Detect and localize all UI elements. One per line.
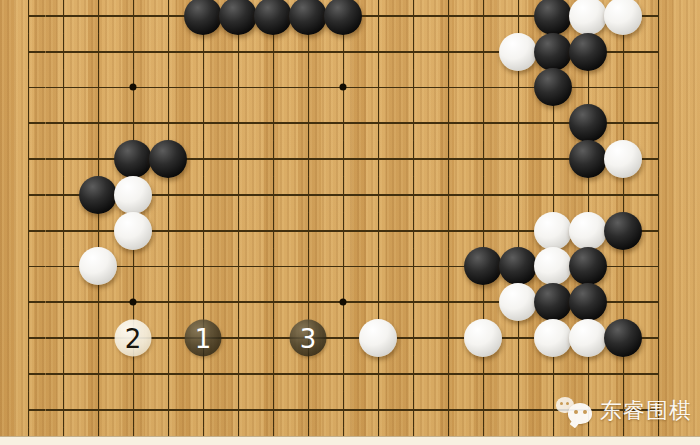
- intersection[interactable]: [571, 0, 606, 34]
- intersection[interactable]: [396, 320, 431, 356]
- intersection[interactable]: [186, 284, 221, 320]
- intersection[interactable]: [536, 356, 571, 392]
- intersection[interactable]: [361, 0, 396, 34]
- intersection[interactable]: [571, 34, 606, 70]
- black-stone[interactable]: [219, 0, 257, 35]
- black-stone[interactable]: [499, 247, 537, 285]
- intersection[interactable]: [466, 105, 501, 141]
- watermark: 东睿围棋: [556, 394, 692, 428]
- intersection[interactable]: [641, 213, 676, 249]
- intersection[interactable]: [11, 34, 46, 70]
- intersection[interactable]: 2: [116, 320, 151, 356]
- intersection[interactable]: [326, 392, 361, 428]
- intersection[interactable]: [81, 320, 116, 356]
- intersection[interactable]: [396, 177, 431, 213]
- intersection[interactable]: [431, 0, 466, 34]
- intersection[interactable]: [641, 249, 676, 285]
- star-point: [340, 84, 347, 91]
- intersection[interactable]: [221, 70, 256, 106]
- intersection[interactable]: [396, 141, 431, 177]
- intersection[interactable]: [116, 249, 151, 285]
- intersection[interactable]: [466, 249, 501, 285]
- intersection[interactable]: [116, 356, 151, 392]
- wechat-eye: [560, 402, 563, 405]
- intersection[interactable]: [256, 249, 291, 285]
- intersection[interactable]: [11, 141, 46, 177]
- intersection[interactable]: [256, 392, 291, 428]
- intersection[interactable]: [361, 70, 396, 106]
- intersection[interactable]: [431, 392, 466, 428]
- bottom-bar: [0, 436, 700, 445]
- black-stone[interactable]: [534, 68, 572, 106]
- intersection[interactable]: [361, 392, 396, 428]
- intersection[interactable]: [81, 141, 116, 177]
- intersection[interactable]: [466, 284, 501, 320]
- intersection[interactable]: [571, 356, 606, 392]
- black-stone[interactable]: [604, 212, 642, 250]
- intersection[interactable]: [81, 34, 116, 70]
- intersection[interactable]: [151, 392, 186, 428]
- intersection[interactable]: [501, 213, 536, 249]
- intersection[interactable]: [151, 34, 186, 70]
- intersection[interactable]: [641, 284, 676, 320]
- black-stone[interactable]: [569, 283, 607, 321]
- intersection[interactable]: [256, 34, 291, 70]
- black-stone[interactable]: [534, 33, 572, 71]
- intersection[interactable]: [46, 70, 81, 106]
- intersection[interactable]: [536, 105, 571, 141]
- intersection[interactable]: [606, 105, 641, 141]
- intersection[interactable]: [361, 141, 396, 177]
- white-stone[interactable]: [604, 140, 642, 178]
- black-stone[interactable]: [289, 0, 327, 35]
- white-stone[interactable]: [499, 283, 537, 321]
- intersection[interactable]: [431, 105, 466, 141]
- white-stone[interactable]: [604, 0, 642, 35]
- intersection[interactable]: [641, 141, 676, 177]
- intersection[interactable]: [151, 320, 186, 356]
- intersection[interactable]: [221, 392, 256, 428]
- intersection[interactable]: [396, 356, 431, 392]
- intersection[interactable]: [11, 70, 46, 106]
- intersection[interactable]: [46, 34, 81, 70]
- intersection[interactable]: [46, 213, 81, 249]
- intersection[interactable]: [46, 0, 81, 34]
- intersection[interactable]: [501, 320, 536, 356]
- intersection[interactable]: [81, 284, 116, 320]
- white-stone[interactable]: [534, 247, 572, 285]
- intersection[interactable]: [641, 0, 676, 34]
- intersection[interactable]: [396, 213, 431, 249]
- intersection[interactable]: [361, 249, 396, 285]
- intersection[interactable]: [151, 141, 186, 177]
- intersection[interactable]: [11, 213, 46, 249]
- intersection[interactable]: [186, 213, 221, 249]
- intersection[interactable]: [571, 284, 606, 320]
- intersection[interactable]: [606, 0, 641, 34]
- star-point: [340, 299, 347, 306]
- intersection[interactable]: [81, 0, 116, 34]
- intersection[interactable]: [501, 392, 536, 428]
- intersection[interactable]: [361, 320, 396, 356]
- star-point: [130, 299, 137, 306]
- intersection[interactable]: [46, 356, 81, 392]
- intersection[interactable]: [326, 356, 361, 392]
- intersection[interactable]: [46, 177, 81, 213]
- board-grid: 213: [11, 0, 676, 428]
- white-stone[interactable]: [569, 212, 607, 250]
- intersection[interactable]: [151, 213, 186, 249]
- intersection[interactable]: [361, 356, 396, 392]
- intersection[interactable]: [501, 249, 536, 285]
- intersection[interactable]: [221, 356, 256, 392]
- intersection[interactable]: [186, 392, 221, 428]
- intersection[interactable]: [361, 213, 396, 249]
- intersection[interactable]: [571, 105, 606, 141]
- intersection[interactable]: [116, 34, 151, 70]
- black-stone[interactable]: [569, 33, 607, 71]
- wechat-icon: [556, 397, 593, 426]
- intersection[interactable]: [11, 177, 46, 213]
- intersection[interactable]: [81, 105, 116, 141]
- intersection[interactable]: [256, 213, 291, 249]
- intersection[interactable]: [466, 70, 501, 106]
- intersection[interactable]: [116, 141, 151, 177]
- intersection[interactable]: [151, 249, 186, 285]
- black-stone[interactable]: [534, 283, 572, 321]
- intersection[interactable]: [641, 70, 676, 106]
- intersection[interactable]: [81, 70, 116, 106]
- intersection[interactable]: [571, 70, 606, 106]
- intersection[interactable]: [46, 392, 81, 428]
- intersection[interactable]: [466, 141, 501, 177]
- intersection[interactable]: [466, 0, 501, 34]
- intersection[interactable]: [46, 249, 81, 285]
- intersection[interactable]: [501, 70, 536, 106]
- white-stone[interactable]: [569, 0, 607, 35]
- intersection[interactable]: [151, 356, 186, 392]
- intersection[interactable]: [396, 284, 431, 320]
- intersection[interactable]: [606, 70, 641, 106]
- move-number-label: 2: [125, 325, 142, 351]
- intersection[interactable]: [186, 0, 221, 34]
- intersection[interactable]: [396, 105, 431, 141]
- intersection[interactable]: [116, 392, 151, 428]
- wechat-eye: [583, 410, 587, 414]
- intersection[interactable]: [256, 141, 291, 177]
- intersection[interactable]: [11, 0, 46, 34]
- intersection[interactable]: [221, 105, 256, 141]
- intersection[interactable]: [186, 34, 221, 70]
- intersection[interactable]: [256, 320, 291, 356]
- white-stone[interactable]: [114, 212, 152, 250]
- intersection[interactable]: [291, 177, 326, 213]
- grid-line-extension: [11, 428, 676, 436]
- intersection[interactable]: [431, 356, 466, 392]
- intersection[interactable]: [116, 213, 151, 249]
- intersection[interactable]: [571, 320, 606, 356]
- move-number-label: 3: [300, 325, 317, 351]
- intersection[interactable]: [396, 34, 431, 70]
- intersection[interactable]: [81, 177, 116, 213]
- intersection[interactable]: [396, 392, 431, 428]
- intersection[interactable]: [326, 177, 361, 213]
- intersection[interactable]: [46, 284, 81, 320]
- intersection[interactable]: [536, 141, 571, 177]
- white-stone[interactable]: [79, 247, 117, 285]
- intersection[interactable]: [326, 141, 361, 177]
- intersection[interactable]: [606, 141, 641, 177]
- intersection[interactable]: [396, 0, 431, 34]
- intersection[interactable]: [326, 34, 361, 70]
- black-stone[interactable]: [464, 247, 502, 285]
- intersection[interactable]: [221, 249, 256, 285]
- black-stone[interactable]: [254, 0, 292, 35]
- intersection[interactable]: [221, 213, 256, 249]
- white-stone[interactable]: [359, 319, 397, 357]
- intersection[interactable]: [501, 141, 536, 177]
- intersection[interactable]: [291, 213, 326, 249]
- intersection[interactable]: [641, 320, 676, 356]
- intersection[interactable]: [116, 105, 151, 141]
- intersection[interactable]: [431, 320, 466, 356]
- intersection[interactable]: [606, 177, 641, 213]
- intersection[interactable]: [361, 284, 396, 320]
- intersection[interactable]: [606, 320, 641, 356]
- intersection[interactable]: [291, 105, 326, 141]
- intersection[interactable]: [81, 213, 116, 249]
- intersection[interactable]: [81, 356, 116, 392]
- intersection[interactable]: [151, 70, 186, 106]
- intersection[interactable]: [431, 249, 466, 285]
- intersection[interactable]: [466, 177, 501, 213]
- intersection[interactable]: [326, 70, 361, 106]
- intersection[interactable]: [11, 249, 46, 285]
- white-stone[interactable]: [569, 319, 607, 357]
- intersection[interactable]: [46, 105, 81, 141]
- intersection[interactable]: [431, 177, 466, 213]
- intersection[interactable]: [466, 213, 501, 249]
- intersection[interactable]: [606, 284, 641, 320]
- wechat-eye: [566, 402, 569, 405]
- go-board: 213 东睿围棋: [0, 0, 700, 445]
- black-stone[interactable]: [569, 247, 607, 285]
- intersection[interactable]: [641, 356, 676, 392]
- intersection[interactable]: [326, 284, 361, 320]
- black-stone[interactable]: [184, 0, 222, 35]
- intersection[interactable]: [151, 284, 186, 320]
- intersection[interactable]: [501, 356, 536, 392]
- intersection[interactable]: [221, 34, 256, 70]
- black-stone[interactable]: [324, 0, 362, 35]
- watermark-text: 东睿围棋: [600, 396, 692, 426]
- intersection[interactable]: [536, 34, 571, 70]
- intersection[interactable]: [361, 177, 396, 213]
- intersection[interactable]: [186, 70, 221, 106]
- intersection[interactable]: [221, 141, 256, 177]
- intersection[interactable]: [221, 177, 256, 213]
- intersection[interactable]: [501, 34, 536, 70]
- intersection[interactable]: [536, 320, 571, 356]
- intersection[interactable]: [81, 249, 116, 285]
- intersection[interactable]: [641, 34, 676, 70]
- white-stone[interactable]: [499, 33, 537, 71]
- intersection[interactable]: [571, 141, 606, 177]
- intersection[interactable]: [466, 320, 501, 356]
- intersection[interactable]: [536, 70, 571, 106]
- intersection[interactable]: [221, 284, 256, 320]
- move-number-label: 1: [195, 325, 212, 351]
- black-stone[interactable]: [149, 140, 187, 178]
- intersection[interactable]: [186, 105, 221, 141]
- intersection[interactable]: [256, 177, 291, 213]
- intersection[interactable]: [431, 70, 466, 106]
- intersection[interactable]: [606, 213, 641, 249]
- intersection[interactable]: [151, 0, 186, 34]
- intersection[interactable]: [536, 284, 571, 320]
- intersection[interactable]: [11, 356, 46, 392]
- intersection[interactable]: [606, 249, 641, 285]
- intersection[interactable]: [606, 356, 641, 392]
- black-stone[interactable]: [604, 319, 642, 357]
- intersection[interactable]: [291, 70, 326, 106]
- intersection[interactable]: [256, 105, 291, 141]
- intersection[interactable]: [396, 70, 431, 106]
- go-app-screen: 213 东睿围棋: [0, 0, 700, 445]
- intersection[interactable]: [256, 0, 291, 34]
- intersection[interactable]: [606, 34, 641, 70]
- intersection[interactable]: 3: [291, 320, 326, 356]
- intersection[interactable]: [501, 177, 536, 213]
- star-point: [130, 84, 137, 91]
- intersection[interactable]: [361, 105, 396, 141]
- intersection[interactable]: [81, 392, 116, 428]
- intersection[interactable]: [116, 0, 151, 34]
- intersection[interactable]: [116, 284, 151, 320]
- intersection[interactable]: [291, 249, 326, 285]
- intersection[interactable]: [361, 34, 396, 70]
- intersection[interactable]: [326, 249, 361, 285]
- intersection[interactable]: [221, 320, 256, 356]
- black-stone[interactable]: [569, 104, 607, 142]
- intersection[interactable]: [291, 284, 326, 320]
- white-stone[interactable]: [534, 212, 572, 250]
- intersection[interactable]: [501, 284, 536, 320]
- intersection[interactable]: [536, 177, 571, 213]
- intersection[interactable]: [466, 392, 501, 428]
- intersection[interactable]: [256, 70, 291, 106]
- intersection[interactable]: [291, 0, 326, 34]
- intersection[interactable]: [431, 141, 466, 177]
- intersection[interactable]: [116, 70, 151, 106]
- intersection[interactable]: [571, 213, 606, 249]
- black-stone[interactable]: [114, 140, 152, 178]
- intersection[interactable]: [186, 141, 221, 177]
- intersection[interactable]: [536, 249, 571, 285]
- intersection[interactable]: [116, 177, 151, 213]
- intersection[interactable]: [11, 105, 46, 141]
- intersection[interactable]: [46, 320, 81, 356]
- intersection[interactable]: [641, 177, 676, 213]
- intersection[interactable]: [11, 284, 46, 320]
- white-stone[interactable]: [114, 176, 152, 214]
- black-stone[interactable]: [569, 140, 607, 178]
- intersection[interactable]: [466, 356, 501, 392]
- intersection[interactable]: [221, 0, 256, 34]
- intersection[interactable]: [326, 320, 361, 356]
- white-stone[interactable]: [464, 319, 502, 357]
- intersection[interactable]: [46, 141, 81, 177]
- intersection[interactable]: [326, 213, 361, 249]
- black-stone[interactable]: [534, 0, 572, 35]
- intersection[interactable]: 1: [186, 320, 221, 356]
- intersection[interactable]: [431, 284, 466, 320]
- intersection[interactable]: [641, 105, 676, 141]
- numbered-white-stone[interactable]: 2: [115, 320, 152, 357]
- intersection[interactable]: [11, 392, 46, 428]
- intersection[interactable]: [186, 177, 221, 213]
- intersection[interactable]: [291, 141, 326, 177]
- intersection[interactable]: [256, 356, 291, 392]
- wechat-eye: [574, 410, 578, 414]
- intersection[interactable]: [431, 213, 466, 249]
- numbered-black-stone[interactable]: 3: [290, 320, 327, 357]
- intersection[interactable]: [291, 392, 326, 428]
- intersection[interactable]: [11, 320, 46, 356]
- intersection[interactable]: [291, 34, 326, 70]
- black-stone[interactable]: [79, 176, 117, 214]
- intersection[interactable]: [571, 249, 606, 285]
- intersection[interactable]: [466, 34, 501, 70]
- white-stone[interactable]: [534, 319, 572, 357]
- intersection[interactable]: [326, 0, 361, 34]
- intersection[interactable]: [571, 177, 606, 213]
- intersection[interactable]: [256, 284, 291, 320]
- intersection[interactable]: [186, 249, 221, 285]
- wechat-big-bubble: [568, 403, 592, 424]
- intersection[interactable]: [396, 249, 431, 285]
- intersection[interactable]: [501, 105, 536, 141]
- intersection[interactable]: [151, 105, 186, 141]
- intersection[interactable]: [536, 213, 571, 249]
- intersection[interactable]: [186, 356, 221, 392]
- intersection[interactable]: [536, 0, 571, 34]
- numbered-black-stone[interactable]: 1: [185, 320, 222, 357]
- intersection[interactable]: [501, 0, 536, 34]
- intersection[interactable]: [151, 177, 186, 213]
- intersection[interactable]: [431, 34, 466, 70]
- intersection[interactable]: [326, 105, 361, 141]
- intersection[interactable]: [291, 356, 326, 392]
